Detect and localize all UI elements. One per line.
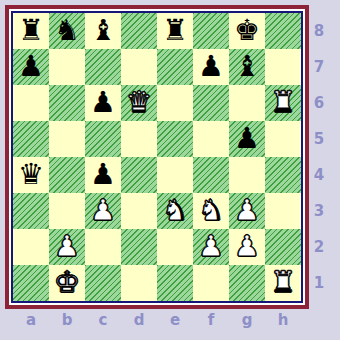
square-a1[interactable] [13, 265, 49, 301]
piece-black-pawn: ♟ [18, 52, 44, 81]
square-g8[interactable]: ♚ [229, 13, 265, 49]
piece-white-pawn: ♟ [234, 196, 260, 225]
square-c2[interactable] [85, 229, 121, 265]
file-labels: abcdefgh [13, 307, 301, 333]
square-d3[interactable] [121, 193, 157, 229]
square-b7[interactable] [49, 49, 85, 85]
square-f5[interactable] [193, 121, 229, 157]
square-h3[interactable] [265, 193, 301, 229]
square-h1[interactable]: ♜ [265, 265, 301, 301]
square-c3[interactable]: ♟ [85, 193, 121, 229]
square-a2[interactable] [13, 229, 49, 265]
piece-black-pawn: ♟ [198, 52, 224, 81]
square-c5[interactable] [85, 121, 121, 157]
rank-label-8: 8 [307, 13, 331, 49]
chess-board: ♜♞♝♜♚♟♟♝♟♛♜♟♛♟♟♞♞♟♟♟♟♚♜ [13, 13, 301, 301]
square-h4[interactable] [265, 157, 301, 193]
square-h7[interactable] [265, 49, 301, 85]
square-a6[interactable] [13, 85, 49, 121]
square-f3[interactable]: ♞ [193, 193, 229, 229]
square-d1[interactable] [121, 265, 157, 301]
file-label-a: a [13, 307, 49, 333]
square-f8[interactable] [193, 13, 229, 49]
piece-black-pawn: ♟ [90, 88, 116, 117]
square-a3[interactable] [13, 193, 49, 229]
piece-black-knight: ♞ [54, 16, 80, 45]
piece-white-pawn: ♟ [198, 232, 224, 261]
piece-black-queen: ♛ [18, 160, 44, 189]
square-f6[interactable] [193, 85, 229, 121]
square-b1[interactable]: ♚ [49, 265, 85, 301]
rank-label-4: 4 [307, 157, 331, 193]
piece-white-rook: ♜ [270, 268, 296, 297]
square-f4[interactable] [193, 157, 229, 193]
square-e7[interactable] [157, 49, 193, 85]
chess-diagram-page: ♜♞♝♜♚♟♟♝♟♛♜♟♛♟♟♞♞♟♟♟♟♚♜ 87654321 abcdefg… [0, 0, 340, 340]
square-b3[interactable] [49, 193, 85, 229]
piece-white-pawn: ♟ [90, 196, 116, 225]
square-d8[interactable] [121, 13, 157, 49]
square-h6[interactable]: ♜ [265, 85, 301, 121]
file-label-f: f [193, 307, 229, 333]
square-g2[interactable]: ♟ [229, 229, 265, 265]
file-label-h: h [265, 307, 301, 333]
rank-label-6: 6 [307, 85, 331, 121]
square-b5[interactable] [49, 121, 85, 157]
square-e6[interactable] [157, 85, 193, 121]
piece-white-queen: ♛ [126, 88, 152, 117]
square-h5[interactable] [265, 121, 301, 157]
square-c6[interactable]: ♟ [85, 85, 121, 121]
square-d5[interactable] [121, 121, 157, 157]
rank-label-2: 2 [307, 229, 331, 265]
piece-black-pawn: ♟ [234, 124, 260, 153]
square-b6[interactable] [49, 85, 85, 121]
square-c4[interactable]: ♟ [85, 157, 121, 193]
square-f7[interactable]: ♟ [193, 49, 229, 85]
square-c1[interactable] [85, 265, 121, 301]
board-frame-navy-line: ♜♞♝♜♚♟♟♝♟♛♜♟♛♟♟♞♞♟♟♟♟♚♜ [11, 11, 303, 303]
rank-label-1: 1 [307, 265, 331, 301]
square-a5[interactable] [13, 121, 49, 157]
square-g4[interactable] [229, 157, 265, 193]
square-f2[interactable]: ♟ [193, 229, 229, 265]
square-g7[interactable]: ♝ [229, 49, 265, 85]
file-label-e: e [157, 307, 193, 333]
square-e3[interactable]: ♞ [157, 193, 193, 229]
square-g1[interactable] [229, 265, 265, 301]
rank-label-5: 5 [307, 121, 331, 157]
piece-black-bishop: ♝ [234, 52, 260, 81]
square-d2[interactable] [121, 229, 157, 265]
piece-white-knight: ♞ [162, 196, 188, 225]
square-e5[interactable] [157, 121, 193, 157]
piece-white-king: ♚ [54, 268, 80, 297]
file-label-b: b [49, 307, 85, 333]
piece-white-pawn: ♟ [54, 232, 80, 261]
square-e8[interactable]: ♜ [157, 13, 193, 49]
file-label-c: c [85, 307, 121, 333]
square-g6[interactable] [229, 85, 265, 121]
square-a8[interactable]: ♜ [13, 13, 49, 49]
square-h8[interactable] [265, 13, 301, 49]
file-label-g: g [229, 307, 265, 333]
square-c8[interactable]: ♝ [85, 13, 121, 49]
piece-black-rook: ♜ [162, 16, 188, 45]
file-label-d: d [121, 307, 157, 333]
square-h2[interactable] [265, 229, 301, 265]
square-g5[interactable]: ♟ [229, 121, 265, 157]
square-a4[interactable]: ♛ [13, 157, 49, 193]
square-b2[interactable]: ♟ [49, 229, 85, 265]
square-g3[interactable]: ♟ [229, 193, 265, 229]
square-d7[interactable] [121, 49, 157, 85]
piece-black-bishop: ♝ [90, 16, 116, 45]
board-frame-white-line: ♜♞♝♜♚♟♟♝♟♛♜♟♛♟♟♞♞♟♟♟♟♚♜ [9, 9, 305, 305]
square-b8[interactable]: ♞ [49, 13, 85, 49]
rank-label-7: 7 [307, 49, 331, 85]
piece-black-king: ♚ [234, 16, 260, 45]
piece-black-rook: ♜ [18, 16, 44, 45]
piece-white-knight: ♞ [198, 196, 224, 225]
piece-white-rook: ♜ [270, 88, 296, 117]
square-a7[interactable]: ♟ [13, 49, 49, 85]
square-f1[interactable] [193, 265, 229, 301]
rank-labels: 87654321 [307, 13, 331, 301]
square-e4[interactable] [157, 157, 193, 193]
square-e1[interactable] [157, 265, 193, 301]
board-frame-outer: ♜♞♝♜♚♟♟♝♟♛♜♟♛♟♟♞♞♟♟♟♟♚♜ [5, 5, 309, 309]
piece-white-pawn: ♟ [234, 232, 260, 261]
piece-black-pawn: ♟ [90, 160, 116, 189]
square-e2[interactable] [157, 229, 193, 265]
square-d6[interactable]: ♛ [121, 85, 157, 121]
square-b4[interactable] [49, 157, 85, 193]
square-d4[interactable] [121, 157, 157, 193]
square-c7[interactable] [85, 49, 121, 85]
rank-label-3: 3 [307, 193, 331, 229]
